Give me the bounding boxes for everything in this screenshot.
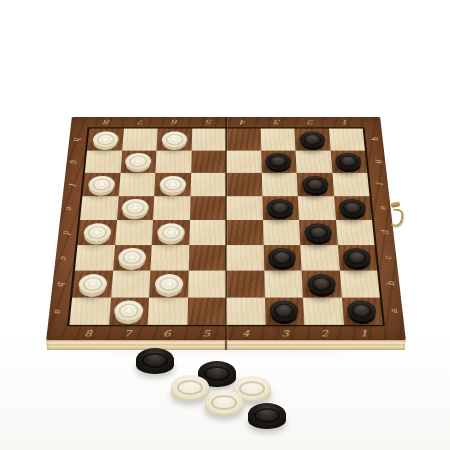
square-c3 bbox=[263, 245, 301, 271]
square-c7 bbox=[113, 245, 152, 271]
square-h5 bbox=[191, 129, 226, 151]
square-f8 bbox=[82, 173, 120, 196]
fold-seam bbox=[225, 117, 227, 340]
top-labels: 87654321 bbox=[89, 117, 362, 126]
rank-label: h bbox=[60, 134, 96, 145]
square-d7 bbox=[115, 220, 153, 245]
square-e7 bbox=[117, 196, 155, 220]
square-h6 bbox=[157, 129, 192, 151]
square-d3 bbox=[263, 220, 301, 245]
square-d6 bbox=[152, 220, 190, 245]
square-e3 bbox=[262, 196, 299, 220]
white-checker-d8 bbox=[83, 223, 112, 241]
rank-label: f bbox=[361, 179, 398, 190]
square-g4 bbox=[226, 150, 261, 172]
square-f7 bbox=[118, 173, 155, 196]
black-checker-h2 bbox=[299, 131, 326, 147]
square-f5 bbox=[190, 173, 226, 196]
loose-black-checker bbox=[248, 403, 286, 431]
file-label: 3 bbox=[260, 117, 294, 126]
square-c4 bbox=[226, 245, 264, 271]
square-h4 bbox=[226, 129, 261, 151]
square-f4 bbox=[226, 173, 262, 196]
square-b3 bbox=[264, 271, 303, 298]
file-label: 7 bbox=[124, 117, 159, 126]
square-e6 bbox=[153, 196, 190, 220]
square-a6 bbox=[148, 297, 188, 325]
white-checker-b8 bbox=[78, 274, 108, 294]
square-b4 bbox=[226, 271, 264, 298]
white-checker-g7 bbox=[125, 153, 152, 170]
white-checker-f6 bbox=[159, 176, 186, 193]
checker-groove bbox=[254, 408, 280, 423]
square-b2 bbox=[302, 271, 342, 298]
brass-latch-icon bbox=[388, 202, 406, 230]
black-checker-c3 bbox=[268, 248, 296, 267]
file-label: 5 bbox=[186, 327, 226, 340]
black-checker-f2 bbox=[301, 176, 328, 193]
checker-groove bbox=[211, 395, 237, 410]
file-label: 8 bbox=[89, 117, 124, 126]
rank-label: c bbox=[368, 251, 407, 264]
square-g6 bbox=[155, 150, 191, 172]
square-d5 bbox=[189, 220, 226, 245]
rank-label: f bbox=[54, 179, 91, 190]
file-label: 3 bbox=[265, 327, 305, 340]
square-f6 bbox=[154, 173, 190, 196]
white-checker-a7 bbox=[114, 301, 144, 321]
file-label: 6 bbox=[147, 327, 187, 340]
square-e4 bbox=[226, 196, 263, 220]
square-a4 bbox=[226, 297, 265, 325]
square-f2 bbox=[297, 173, 334, 196]
file-label: 4 bbox=[226, 327, 266, 340]
checker-groove bbox=[142, 353, 168, 368]
file-label: 2 bbox=[304, 327, 344, 340]
square-c6 bbox=[150, 245, 188, 271]
square-h2 bbox=[294, 129, 330, 151]
rank-label: e bbox=[51, 202, 88, 214]
square-g3 bbox=[261, 150, 297, 172]
rank-label: b bbox=[42, 277, 82, 290]
file-label: 2 bbox=[294, 117, 329, 126]
file-label: 5 bbox=[192, 117, 226, 126]
square-a2 bbox=[303, 297, 344, 325]
square-f3 bbox=[261, 173, 297, 196]
square-h3 bbox=[260, 129, 295, 151]
rank-label: b bbox=[370, 277, 410, 290]
black-checker-g1 bbox=[335, 153, 362, 170]
file-label: 1 bbox=[328, 117, 363, 126]
rank-label: c bbox=[45, 251, 84, 264]
square-g7 bbox=[120, 150, 156, 172]
rank-label: d bbox=[49, 226, 87, 238]
board-side-edge bbox=[46, 340, 406, 350]
white-checker-e7 bbox=[121, 199, 149, 217]
white-checker-d6 bbox=[157, 223, 185, 241]
black-checker-a3 bbox=[270, 301, 299, 321]
black-checker-b2 bbox=[307, 274, 336, 294]
file-label: 4 bbox=[226, 117, 260, 126]
file-label: 6 bbox=[158, 117, 192, 126]
square-d4 bbox=[226, 220, 263, 245]
board-wrap: 8765432187654321hgfedcbahgfedcba bbox=[60, 54, 392, 386]
square-a3 bbox=[264, 297, 304, 325]
square-a5 bbox=[187, 297, 226, 325]
latch-plate bbox=[391, 201, 401, 208]
white-checker-f8 bbox=[87, 176, 115, 193]
square-b7 bbox=[111, 271, 151, 298]
white-checker-h8 bbox=[92, 131, 119, 147]
square-h7 bbox=[122, 129, 158, 151]
square-e2 bbox=[298, 196, 336, 220]
rank-label: a bbox=[373, 304, 413, 318]
white-checker-h6 bbox=[161, 131, 187, 147]
rank-label: h bbox=[356, 134, 392, 145]
square-g5 bbox=[191, 150, 226, 172]
square-e5 bbox=[190, 196, 227, 220]
square-a7 bbox=[109, 297, 150, 325]
loose-white-checker bbox=[171, 375, 209, 403]
black-checker-e1 bbox=[339, 199, 367, 217]
white-checker-b6 bbox=[154, 274, 183, 294]
rank-label: g bbox=[57, 156, 93, 167]
file-label: 1 bbox=[344, 327, 385, 340]
square-c5 bbox=[188, 245, 226, 271]
black-checker-g3 bbox=[265, 153, 292, 170]
scene: 8765432187654321hgfedcbahgfedcba bbox=[0, 0, 450, 450]
square-b5 bbox=[188, 271, 226, 298]
file-label: 8 bbox=[68, 327, 109, 340]
square-g2 bbox=[295, 150, 331, 172]
black-checker-e3 bbox=[267, 199, 294, 217]
rank-label: g bbox=[359, 156, 395, 167]
file-label: 7 bbox=[107, 327, 147, 340]
rank-label: a bbox=[39, 304, 79, 318]
loose-white-checker bbox=[205, 390, 243, 418]
checker-groove bbox=[177, 380, 203, 395]
black-checker-d2 bbox=[304, 223, 332, 241]
board: 8765432187654321hgfedcbahgfedcba bbox=[46, 117, 406, 340]
white-checker-c7 bbox=[118, 248, 147, 267]
square-c2 bbox=[300, 245, 339, 271]
square-b6 bbox=[149, 271, 188, 298]
latch-hook bbox=[391, 208, 404, 227]
square-d2 bbox=[299, 220, 337, 245]
square-h8 bbox=[87, 129, 123, 151]
loose-black-checker bbox=[136, 348, 174, 376]
